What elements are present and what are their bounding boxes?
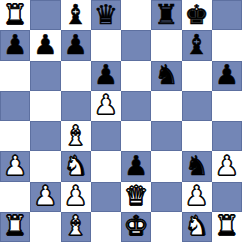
square-b4[interactable] <box>30 121 60 151</box>
square-f7[interactable] <box>151 30 181 60</box>
square-f6[interactable]: ♞ <box>151 61 181 91</box>
piece-black-knight[interactable]: ♞ <box>154 61 178 88</box>
piece-white-pawn[interactable]: ♟ <box>3 152 27 179</box>
square-d1[interactable] <box>91 212 121 242</box>
square-g1[interactable]: ♞ <box>182 212 212 242</box>
square-d2[interactable] <box>91 182 121 212</box>
piece-white-rook[interactable]: ♜ <box>3 212 27 239</box>
chess-board-container: ♜♝♛♜♚♟♟♟♝♟♞♟♟♝♟♞♟♞♟♟♟♛♟♜♝♚♞♜ <box>0 0 242 242</box>
piece-black-king[interactable]: ♚ <box>185 1 209 28</box>
square-c6[interactable] <box>61 61 91 91</box>
piece-white-rook[interactable]: ♜ <box>3 1 27 28</box>
square-h5[interactable] <box>212 91 242 121</box>
square-f3[interactable] <box>151 151 181 181</box>
piece-white-pawn[interactable]: ♟ <box>185 182 209 209</box>
square-f2[interactable] <box>151 182 181 212</box>
square-g4[interactable] <box>182 121 212 151</box>
square-a5[interactable] <box>0 91 30 121</box>
piece-white-knight[interactable]: ♞ <box>185 212 209 239</box>
square-e2[interactable]: ♛ <box>121 182 151 212</box>
square-c5[interactable] <box>61 91 91 121</box>
square-c3[interactable]: ♞ <box>61 151 91 181</box>
square-f5[interactable] <box>151 91 181 121</box>
square-a3[interactable]: ♟ <box>0 151 30 181</box>
square-a2[interactable] <box>0 182 30 212</box>
square-b2[interactable]: ♟ <box>30 182 60 212</box>
square-g7[interactable]: ♝ <box>182 30 212 60</box>
square-h2[interactable] <box>212 182 242 212</box>
square-b5[interactable] <box>30 91 60 121</box>
chess-board: ♜♝♛♜♚♟♟♟♝♟♞♟♟♝♟♞♟♞♟♟♟♛♟♜♝♚♞♜ <box>0 0 242 242</box>
square-b8[interactable] <box>30 0 60 30</box>
piece-white-pawn[interactable]: ♟ <box>64 182 88 209</box>
square-c8[interactable]: ♝ <box>61 0 91 30</box>
piece-black-pawn[interactable]: ♟ <box>33 31 57 58</box>
square-e4[interactable] <box>121 121 151 151</box>
piece-white-pawn[interactable]: ♟ <box>94 91 118 118</box>
square-a4[interactable] <box>0 121 30 151</box>
square-f8[interactable]: ♜ <box>151 0 181 30</box>
square-e3[interactable]: ♟ <box>121 151 151 181</box>
piece-black-pawn[interactable]: ♟ <box>124 152 148 179</box>
square-d4[interactable] <box>91 121 121 151</box>
square-e5[interactable] <box>121 91 151 121</box>
square-h8[interactable] <box>212 0 242 30</box>
square-h6[interactable]: ♟ <box>212 61 242 91</box>
square-h4[interactable] <box>212 121 242 151</box>
piece-black-knight[interactable]: ♞ <box>185 152 209 179</box>
square-b7[interactable]: ♟ <box>30 30 60 60</box>
square-c1[interactable]: ♝ <box>61 212 91 242</box>
piece-black-pawn[interactable]: ♟ <box>3 31 27 58</box>
square-g3[interactable]: ♞ <box>182 151 212 181</box>
square-c4[interactable]: ♝ <box>61 121 91 151</box>
square-d7[interactable] <box>91 30 121 60</box>
square-d6[interactable]: ♟ <box>91 61 121 91</box>
piece-black-queen[interactable]: ♛ <box>94 1 118 28</box>
square-c7[interactable]: ♟ <box>61 30 91 60</box>
piece-black-bishop[interactable]: ♝ <box>64 1 88 28</box>
square-e6[interactable] <box>121 61 151 91</box>
piece-white-king[interactable]: ♚ <box>124 212 148 239</box>
square-e7[interactable] <box>121 30 151 60</box>
square-e1[interactable]: ♚ <box>121 212 151 242</box>
square-h3[interactable]: ♟ <box>212 151 242 181</box>
square-a7[interactable]: ♟ <box>0 30 30 60</box>
square-a8[interactable]: ♜ <box>0 0 30 30</box>
square-g5[interactable] <box>182 91 212 121</box>
piece-black-pawn[interactable]: ♟ <box>64 31 88 58</box>
square-g2[interactable]: ♟ <box>182 182 212 212</box>
piece-black-bishop[interactable]: ♝ <box>185 31 209 58</box>
square-b1[interactable] <box>30 212 60 242</box>
square-f1[interactable] <box>151 212 181 242</box>
square-a6[interactable] <box>0 61 30 91</box>
square-a1[interactable]: ♜ <box>0 212 30 242</box>
piece-white-rook[interactable]: ♜ <box>215 212 239 239</box>
square-c2[interactable]: ♟ <box>61 182 91 212</box>
square-g8[interactable]: ♚ <box>182 0 212 30</box>
piece-white-bishop[interactable]: ♝ <box>64 122 88 149</box>
square-b6[interactable] <box>30 61 60 91</box>
square-d8[interactable]: ♛ <box>91 0 121 30</box>
piece-black-pawn[interactable]: ♟ <box>94 61 118 88</box>
square-d3[interactable] <box>91 151 121 181</box>
piece-white-queen[interactable]: ♛ <box>124 182 148 209</box>
piece-black-pawn[interactable]: ♟ <box>215 61 239 88</box>
square-f4[interactable] <box>151 121 181 151</box>
square-b3[interactable] <box>30 151 60 181</box>
square-d5[interactable]: ♟ <box>91 91 121 121</box>
square-e8[interactable] <box>121 0 151 30</box>
piece-black-rook[interactable]: ♜ <box>154 1 178 28</box>
piece-white-pawn[interactable]: ♟ <box>215 152 239 179</box>
piece-white-pawn[interactable]: ♟ <box>33 182 57 209</box>
square-h7[interactable] <box>212 30 242 60</box>
square-g6[interactable] <box>182 61 212 91</box>
piece-white-knight[interactable]: ♞ <box>64 152 88 179</box>
square-h1[interactable]: ♜ <box>212 212 242 242</box>
piece-white-bishop[interactable]: ♝ <box>64 212 88 239</box>
